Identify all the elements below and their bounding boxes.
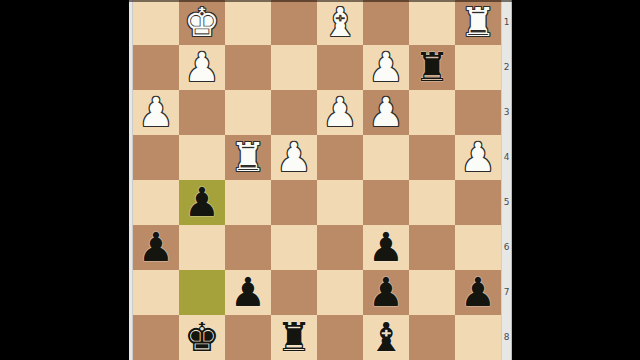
square-f1[interactable] [225, 0, 271, 45]
square-c3[interactable]: ♟ [363, 90, 409, 135]
square-d8[interactable] [317, 315, 363, 360]
square-f7[interactable]: ♟ [225, 270, 271, 315]
piece-black-pawn[interactable]: ♟ [184, 180, 220, 225]
rank-label-6: 6 [501, 225, 512, 270]
square-d3[interactable]: ♟ [317, 90, 363, 135]
piece-white-king[interactable]: ♚ [184, 0, 220, 45]
square-g2[interactable]: ♟ [179, 45, 225, 90]
square-a1[interactable]: ♜ [455, 0, 501, 45]
square-f5[interactable] [225, 180, 271, 225]
square-e3[interactable] [271, 90, 317, 135]
square-e7[interactable] [271, 270, 317, 315]
square-e1[interactable] [271, 0, 317, 45]
piece-black-pawn[interactable]: ♟ [368, 225, 404, 270]
square-f8[interactable] [225, 315, 271, 360]
piece-white-rook[interactable]: ♜ [460, 0, 496, 45]
square-c6[interactable]: ♟ [363, 225, 409, 270]
square-f6[interactable] [225, 225, 271, 270]
square-a5[interactable] [455, 180, 501, 225]
piece-white-pawn[interactable]: ♟ [460, 135, 496, 180]
square-b7[interactable] [409, 270, 455, 315]
square-d6[interactable] [317, 225, 363, 270]
square-h8[interactable] [133, 315, 179, 360]
square-h5[interactable] [133, 180, 179, 225]
square-g7[interactable] [179, 270, 225, 315]
piece-black-pawn[interactable]: ♟ [460, 270, 496, 315]
piece-white-pawn[interactable]: ♟ [368, 45, 404, 90]
square-g6[interactable] [179, 225, 225, 270]
piece-black-rook[interactable]: ♜ [276, 315, 312, 360]
rank-label-4: 4 [501, 135, 512, 180]
square-e2[interactable] [271, 45, 317, 90]
square-g1[interactable]: ♚ [179, 0, 225, 45]
square-d2[interactable] [317, 45, 363, 90]
square-d4[interactable] [317, 135, 363, 180]
letterbox-right [512, 0, 640, 360]
square-b4[interactable] [409, 135, 455, 180]
piece-black-bishop[interactable]: ♝ [368, 315, 404, 360]
square-a4[interactable]: ♟ [455, 135, 501, 180]
piece-black-rook[interactable]: ♜ [414, 45, 450, 90]
rank-coordinate-strip: 12345678 [501, 0, 512, 360]
piece-white-pawn[interactable]: ♟ [184, 45, 220, 90]
square-b2[interactable]: ♜ [409, 45, 455, 90]
rank-label-5: 5 [501, 180, 512, 225]
square-c1[interactable] [363, 0, 409, 45]
square-e8[interactable]: ♜ [271, 315, 317, 360]
square-d1[interactable]: ♝ [317, 0, 363, 45]
square-a3[interactable] [455, 90, 501, 135]
piece-black-pawn[interactable]: ♟ [230, 270, 266, 315]
square-c7[interactable]: ♟ [363, 270, 409, 315]
rank-label-3: 3 [501, 90, 512, 135]
square-b8[interactable] [409, 315, 455, 360]
letterbox-left [0, 0, 129, 360]
square-a6[interactable] [455, 225, 501, 270]
square-d5[interactable] [317, 180, 363, 225]
square-e4[interactable]: ♟ [271, 135, 317, 180]
square-f4[interactable]: ♜ [225, 135, 271, 180]
square-h6[interactable]: ♟ [133, 225, 179, 270]
rank-label-2: 2 [501, 45, 512, 90]
square-b1[interactable] [409, 0, 455, 45]
square-c2[interactable]: ♟ [363, 45, 409, 90]
square-h2[interactable] [133, 45, 179, 90]
square-a2[interactable] [455, 45, 501, 90]
piece-white-pawn[interactable]: ♟ [322, 90, 358, 135]
piece-black-pawn[interactable]: ♟ [368, 270, 404, 315]
square-e5[interactable] [271, 180, 317, 225]
piece-white-bishop[interactable]: ♝ [322, 0, 358, 45]
rank-label-8: 8 [501, 315, 512, 360]
square-b6[interactable] [409, 225, 455, 270]
square-c5[interactable] [363, 180, 409, 225]
square-g8[interactable]: ♚ [179, 315, 225, 360]
piece-white-pawn[interactable]: ♟ [138, 90, 174, 135]
square-h3[interactable]: ♟ [133, 90, 179, 135]
piece-black-king[interactable]: ♚ [184, 315, 220, 360]
square-c8[interactable]: ♝ [363, 315, 409, 360]
piece-white-pawn[interactable]: ♟ [368, 90, 404, 135]
square-f2[interactable] [225, 45, 271, 90]
piece-white-rook[interactable]: ♜ [230, 135, 266, 180]
chess-board[interactable]: ♚♝♜♟♟♜♟♟♟♜♟♟♟♟♟♟♟♟♚♜♝ [133, 0, 501, 360]
square-g5[interactable]: ♟ [179, 180, 225, 225]
square-h4[interactable] [133, 135, 179, 180]
square-g3[interactable] [179, 90, 225, 135]
piece-white-pawn[interactable]: ♟ [276, 135, 312, 180]
square-d7[interactable] [317, 270, 363, 315]
square-e6[interactable] [271, 225, 317, 270]
square-b5[interactable] [409, 180, 455, 225]
square-f3[interactable] [225, 90, 271, 135]
square-c4[interactable] [363, 135, 409, 180]
square-a7[interactable]: ♟ [455, 270, 501, 315]
square-g4[interactable] [179, 135, 225, 180]
square-h1[interactable] [133, 0, 179, 45]
piece-black-pawn[interactable]: ♟ [138, 225, 174, 270]
square-a8[interactable] [455, 315, 501, 360]
square-b3[interactable] [409, 90, 455, 135]
rank-label-1: 1 [501, 0, 512, 45]
square-h7[interactable] [133, 270, 179, 315]
rank-label-7: 7 [501, 270, 512, 315]
